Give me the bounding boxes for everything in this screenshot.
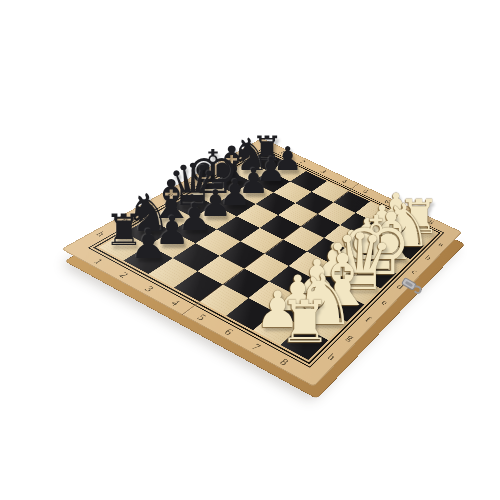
coordinate-label: a — [434, 240, 448, 250]
coordinate-label: d — [183, 179, 200, 188]
coordinate-label: 6 — [219, 325, 239, 339]
coordinate-label: 4 — [165, 296, 185, 309]
coordinate-label: e — [162, 190, 179, 199]
coordinate-label: g — [341, 331, 359, 344]
coordinate-label: 7 — [246, 340, 266, 354]
coordinate-label: 3 — [139, 283, 160, 296]
coordinate-label: b — [222, 158, 237, 166]
coordinate-label: g — [116, 215, 135, 225]
board-grid — [99, 152, 437, 360]
coordinate-label: 7 — [402, 207, 416, 216]
coordinate-label: 1 — [275, 148, 289, 156]
coordinate-label: 2 — [296, 158, 310, 166]
coordinate-label: 8 — [274, 355, 294, 369]
coordinate-label: 3 — [316, 167, 330, 175]
coordinate-label: 1 — [88, 255, 109, 267]
coordinate-label: 5 — [192, 311, 212, 324]
coordinate-label: 8 — [424, 218, 438, 227]
chess-board: 11hh22gg33ff44ee55dd66cc77bb88aa — [61, 138, 462, 387]
product-photo: 11hh22gg33ff44ee55dd66cc77bb88aa ♜♞♝♛♚♝♞… — [0, 0, 500, 500]
coordinate-label: e — [376, 297, 393, 309]
coordinate-label: h — [91, 229, 111, 240]
coordinate-label: c — [203, 168, 219, 176]
coordinate-label: 2 — [113, 269, 134, 281]
coordinate-label: 5 — [359, 187, 373, 195]
coordinate-label: a — [240, 148, 255, 156]
coordinate-label: 6 — [380, 197, 394, 205]
coordinate-label: 4 — [337, 177, 351, 185]
coordinate-label: f — [140, 202, 158, 212]
coordinate-label: b — [421, 253, 436, 263]
coordinate-label: f — [359, 313, 376, 325]
